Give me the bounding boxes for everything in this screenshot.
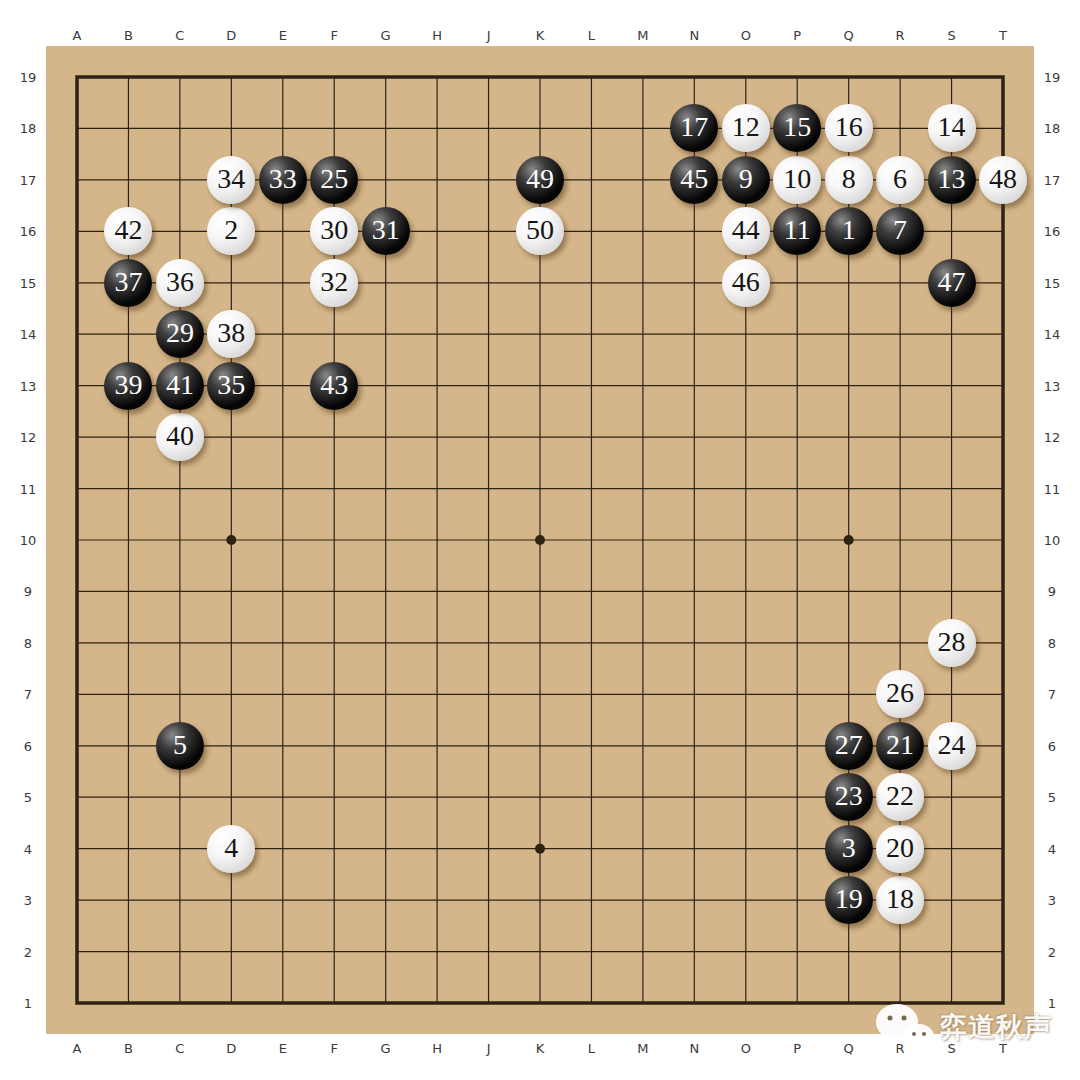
col-label-bottom-O: O [741,1041,751,1056]
row-label-right-7: 7 [1048,687,1056,702]
row-label-left-14: 14 [20,327,37,342]
col-label-top-B: B [124,28,133,43]
row-label-right-16: 16 [1044,224,1061,239]
row-label-right-15: 15 [1044,275,1061,290]
col-label-bottom-E: E [279,1041,287,1056]
row-label-right-10: 10 [1044,533,1061,548]
col-label-top-D: D [226,28,236,43]
row-label-left-10: 10 [20,533,37,548]
col-label-bottom-H: H [432,1041,442,1056]
row-label-right-18: 18 [1044,121,1061,136]
row-label-right-8: 8 [1048,635,1056,650]
row-label-left-4: 4 [24,841,32,856]
col-label-top-R: R [896,28,905,43]
row-label-left-15: 15 [20,275,37,290]
col-label-bottom-L: L [588,1041,595,1056]
col-label-top-E: E [279,28,287,43]
row-label-right-4: 4 [1048,841,1056,856]
row-label-right-13: 13 [1044,378,1061,393]
col-label-bottom-J: J [487,1041,491,1056]
col-label-bottom-B: B [124,1041,133,1056]
row-label-left-16: 16 [20,224,37,239]
watermark: 弈道秋声 [874,1002,1052,1052]
col-label-top-O: O [741,28,751,43]
col-label-top-A: A [73,28,82,43]
row-label-left-8: 8 [24,635,32,650]
col-label-bottom-D: D [226,1041,236,1056]
col-label-top-Q: Q [844,28,854,43]
row-label-left-6: 6 [24,738,32,753]
col-label-bottom-C: C [175,1041,184,1056]
row-label-right-14: 14 [1044,327,1061,342]
row-label-left-17: 17 [20,172,37,187]
col-label-bottom-Q: Q [844,1041,854,1056]
col-label-bottom-F: F [330,1041,337,1056]
col-label-top-N: N [689,28,699,43]
col-label-bottom-P: P [793,1041,801,1056]
col-label-top-J: J [487,28,491,43]
row-label-left-3: 3 [24,893,32,908]
row-label-left-12: 12 [20,430,37,445]
row-label-left-18: 18 [20,121,37,136]
row-label-right-5: 5 [1048,790,1056,805]
row-label-right-9: 9 [1048,584,1056,599]
row-label-left-13: 13 [20,378,37,393]
col-label-top-P: P [793,28,801,43]
row-label-right-12: 12 [1044,430,1061,445]
col-label-top-M: M [637,28,648,43]
col-label-bottom-A: A [73,1041,82,1056]
col-label-top-F: F [330,28,337,43]
col-label-bottom-G: G [381,1041,391,1056]
col-label-top-H: H [432,28,442,43]
row-label-left-19: 19 [20,70,37,85]
row-label-left-1: 1 [24,996,32,1011]
row-label-right-17: 17 [1044,172,1061,187]
col-label-bottom-M: M [637,1041,648,1056]
row-label-right-6: 6 [1048,738,1056,753]
col-label-top-C: C [175,28,184,43]
col-label-top-T: T [999,28,1007,43]
row-label-left-5: 5 [24,790,32,805]
row-label-right-3: 3 [1048,893,1056,908]
row-label-left-2: 2 [24,944,32,959]
row-label-left-7: 7 [24,687,32,702]
row-label-right-19: 19 [1044,70,1061,85]
go-diagram-page: 1234567891011121314151617181920212223242… [0,0,1080,1080]
col-label-top-S: S [947,28,955,43]
row-label-right-2: 2 [1048,944,1056,959]
coordinate-labels: AABBCCDDEEFFGGHHJJKKLLMMNNOOPPQQRRSSTT19… [0,0,1080,1080]
row-label-right-11: 11 [1044,481,1061,496]
col-label-bottom-K: K [536,1041,545,1056]
wechat-icon [874,1002,936,1052]
watermark-text: 弈道秋声 [940,1009,1052,1045]
col-label-bottom-N: N [689,1041,699,1056]
row-label-left-9: 9 [24,584,32,599]
col-label-top-G: G [381,28,391,43]
row-label-left-11: 11 [20,481,37,496]
col-label-top-K: K [536,28,545,43]
col-label-top-L: L [588,28,595,43]
